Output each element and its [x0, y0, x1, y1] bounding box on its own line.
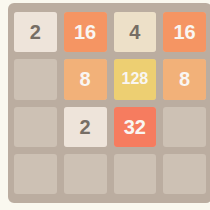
- tile-128: 128: [114, 59, 157, 99]
- tile-16: 16: [64, 12, 107, 52]
- tile-32: 32: [114, 107, 157, 147]
- tile-2: 2: [64, 107, 107, 147]
- cell-r4-c3: [114, 154, 157, 194]
- tile-8: 8: [163, 59, 206, 99]
- cell-r4-c2: [64, 154, 107, 194]
- cell-r4-c4: [163, 154, 206, 194]
- cell-r1-c3: 4: [114, 12, 157, 52]
- cell-r3-c4: [163, 107, 206, 147]
- cell-r3-c2: 2: [64, 107, 107, 147]
- game-board-2048[interactable]: 21641681288232: [8, 3, 210, 203]
- cell-r2-c4: 8: [163, 59, 206, 99]
- cell-r2-c1: [14, 59, 57, 99]
- tile-16: 16: [163, 12, 206, 52]
- page-background: { "game": "2048", "position": "2,16,4,16…: [0, 0, 210, 210]
- cell-r3-c3: 32: [114, 107, 157, 147]
- tile-8: 8: [64, 59, 107, 99]
- cell-r2-c2: 8: [64, 59, 107, 99]
- cell-r4-c1: [14, 154, 57, 194]
- cell-r1-c4: 16: [163, 12, 206, 52]
- cell-r3-c1: [14, 107, 57, 147]
- cell-r2-c3: 128: [114, 59, 157, 99]
- cell-r1-c1: 2: [14, 12, 57, 52]
- tile-4: 4: [114, 12, 157, 52]
- tile-2: 2: [14, 12, 57, 52]
- cell-r1-c2: 16: [64, 12, 107, 52]
